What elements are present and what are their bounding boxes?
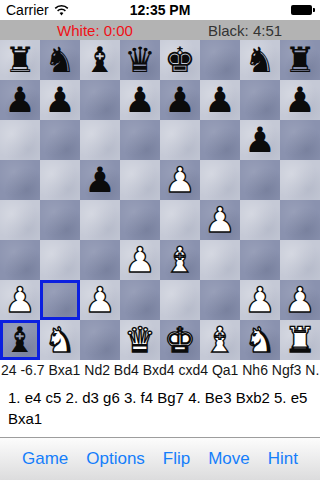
- square-c2[interactable]: ♟: [80, 280, 120, 320]
- square-b7[interactable]: ♟: [40, 80, 80, 120]
- piece-black-king: ♚: [164, 40, 195, 80]
- piece-black-bishop: ♝: [4, 320, 35, 360]
- square-c3[interactable]: [80, 240, 120, 280]
- piece-black-pawn: ♟: [244, 120, 275, 160]
- square-h5[interactable]: [280, 160, 320, 200]
- piece-black-pawn: ♟: [84, 160, 115, 200]
- square-g3[interactable]: [240, 240, 280, 280]
- square-g8[interactable]: ♞: [240, 40, 280, 80]
- square-e5[interactable]: ♟: [160, 160, 200, 200]
- status-time: 12:35 PM: [0, 2, 320, 18]
- square-h4[interactable]: [280, 200, 320, 240]
- square-h1[interactable]: ♜: [280, 320, 320, 360]
- square-d4[interactable]: [120, 200, 160, 240]
- square-d5[interactable]: [120, 160, 160, 200]
- piece-white-bishop: ♝: [164, 240, 195, 280]
- square-b5[interactable]: [40, 160, 80, 200]
- piece-black-pawn: ♟: [4, 80, 35, 120]
- piece-black-rook: ♜: [284, 40, 315, 80]
- square-e1[interactable]: ♚: [160, 320, 200, 360]
- square-a4[interactable]: [0, 200, 40, 240]
- square-f8[interactable]: [200, 40, 240, 80]
- toolbar-button-game[interactable]: Game: [22, 449, 68, 469]
- square-e3[interactable]: ♝: [160, 240, 200, 280]
- square-f5[interactable]: [200, 160, 240, 200]
- square-d8[interactable]: ♛: [120, 40, 160, 80]
- square-b1[interactable]: ♞: [40, 320, 80, 360]
- square-d2[interactable]: [120, 280, 160, 320]
- black-clock: Black: 4:51: [170, 22, 320, 39]
- piece-white-pawn: ♟: [244, 280, 275, 320]
- square-h3[interactable]: [280, 240, 320, 280]
- square-e6[interactable]: [160, 120, 200, 160]
- square-b8[interactable]: ♞: [40, 40, 80, 80]
- piece-black-pawn: ♟: [164, 80, 195, 120]
- chess-app-screen: Carrier 12:35 PM White: 0:00 Black: 4:51…: [0, 0, 320, 480]
- square-c4[interactable]: [80, 200, 120, 240]
- square-a7[interactable]: ♟: [0, 80, 40, 120]
- piece-black-pawn: ♟: [44, 80, 75, 120]
- square-b3[interactable]: [40, 240, 80, 280]
- square-f6[interactable]: [200, 120, 240, 160]
- piece-black-knight: ♞: [244, 40, 275, 80]
- move-list: 1. e4 c5 2. d3 g6 3. f4 Bg7 4. Be3 Bxb2 …: [0, 380, 320, 429]
- square-h6[interactable]: [280, 120, 320, 160]
- square-h8[interactable]: ♜: [280, 40, 320, 80]
- bottom-toolbar: GameOptionsFlipMoveHint: [0, 437, 320, 480]
- piece-white-knight: ♞: [44, 320, 75, 360]
- square-f4[interactable]: ♟: [200, 200, 240, 240]
- piece-white-queen: ♛: [124, 320, 155, 360]
- square-g1[interactable]: ♞: [240, 320, 280, 360]
- square-e4[interactable]: [160, 200, 200, 240]
- square-d3[interactable]: ♟: [120, 240, 160, 280]
- square-c5[interactable]: ♟: [80, 160, 120, 200]
- square-e8[interactable]: ♚: [160, 40, 200, 80]
- piece-white-pawn: ♟: [204, 200, 235, 240]
- piece-white-king: ♚: [164, 320, 195, 360]
- piece-black-pawn: ♟: [284, 80, 315, 120]
- piece-white-rook: ♜: [284, 320, 315, 360]
- square-b4[interactable]: [40, 200, 80, 240]
- piece-black-rook: ♜: [4, 40, 35, 80]
- chess-board: ♜♞♝♛♚♞♜♟♟♟♟♟♟♟♟♟♟♟♝♟♟♟♟♝♞♛♚♝♞♜: [0, 40, 320, 360]
- piece-white-pawn: ♟: [4, 280, 35, 320]
- piece-white-pawn: ♟: [124, 240, 155, 280]
- square-g6[interactable]: ♟: [240, 120, 280, 160]
- square-a6[interactable]: [0, 120, 40, 160]
- square-d6[interactable]: [120, 120, 160, 160]
- battery-icon: [291, 5, 315, 15]
- square-c1[interactable]: [80, 320, 120, 360]
- square-d7[interactable]: ♟: [120, 80, 160, 120]
- toolbar-button-hint[interactable]: Hint: [268, 449, 298, 469]
- toolbar-button-options[interactable]: Options: [86, 449, 145, 469]
- square-b6[interactable]: [40, 120, 80, 160]
- piece-black-pawn: ♟: [124, 80, 155, 120]
- square-a5[interactable]: [0, 160, 40, 200]
- square-e7[interactable]: ♟: [160, 80, 200, 120]
- square-d1[interactable]: ♛: [120, 320, 160, 360]
- square-f3[interactable]: [200, 240, 240, 280]
- piece-white-pawn: ♟: [164, 160, 195, 200]
- piece-black-queen: ♛: [124, 40, 155, 80]
- piece-black-knight: ♞: [44, 40, 75, 80]
- square-g2[interactable]: ♟: [240, 280, 280, 320]
- square-f7[interactable]: ♟: [200, 80, 240, 120]
- clock-bar: White: 0:00 Black: 4:51: [0, 20, 320, 40]
- square-a3[interactable]: [0, 240, 40, 280]
- square-c7[interactable]: [80, 80, 120, 120]
- square-g7[interactable]: [240, 80, 280, 120]
- piece-white-pawn: ♟: [84, 280, 115, 320]
- square-h7[interactable]: ♟: [280, 80, 320, 120]
- status-bar: Carrier 12:35 PM: [0, 0, 320, 20]
- square-h2[interactable]: ♟: [280, 280, 320, 320]
- square-c8[interactable]: ♝: [80, 40, 120, 80]
- white-clock: White: 0:00: [20, 22, 170, 39]
- piece-white-knight: ♞: [244, 320, 275, 360]
- toolbar-button-move[interactable]: Move: [208, 449, 250, 469]
- square-c6[interactable]: [80, 120, 120, 160]
- square-b2[interactable]: [40, 280, 80, 320]
- piece-black-bishop: ♝: [84, 40, 115, 80]
- piece-black-pawn: ♟: [204, 80, 235, 120]
- square-f2[interactable]: [200, 280, 240, 320]
- square-f1[interactable]: ♝: [200, 320, 240, 360]
- toolbar-button-flip[interactable]: Flip: [163, 449, 190, 469]
- square-a2[interactable]: ♟: [0, 280, 40, 320]
- piece-white-bishop: ♝: [204, 320, 235, 360]
- piece-white-pawn: ♟: [284, 280, 315, 320]
- square-e2[interactable]: [160, 280, 200, 320]
- square-a8[interactable]: ♜: [0, 40, 40, 80]
- engine-analysis-line: 24 -6.7 Bxa1 Nd2 Bd4 Bxd4 cxd4 Qa1 Nh6 N…: [0, 360, 320, 380]
- square-g5[interactable]: [240, 160, 280, 200]
- square-g4[interactable]: [240, 200, 280, 240]
- square-a1[interactable]: ♝: [0, 320, 40, 360]
